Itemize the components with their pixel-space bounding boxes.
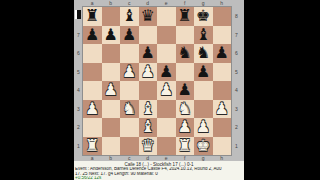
white-pawn: ♟ <box>141 63 155 82</box>
square-c2[interactable] <box>120 118 139 137</box>
file-label-d: d <box>139 0 158 7</box>
square-a3[interactable]: ♟ <box>83 100 102 119</box>
engine-eval: +0.56/22 12s <box>74 176 244 180</box>
rank-labels-right: 87654321 <box>231 7 242 155</box>
black-pawn: ♟ <box>178 81 192 100</box>
black-pawn: ♟ <box>159 63 173 82</box>
square-e5[interactable]: ♟ <box>157 63 176 82</box>
square-h4[interactable] <box>213 81 232 100</box>
square-a5[interactable] <box>83 63 102 82</box>
square-f6[interactable]: ♞ <box>176 44 195 63</box>
black-queen: ♛ <box>141 7 155 26</box>
square-h3[interactable]: ♟ <box>213 100 232 119</box>
square-h8[interactable] <box>213 7 232 26</box>
white-rook: ♜ <box>85 137 99 156</box>
white-knight: ♞ <box>178 100 192 119</box>
square-b8[interactable] <box>102 7 121 26</box>
square-g5[interactable]: ♟ <box>194 63 213 82</box>
file-label-e: e <box>157 0 176 7</box>
square-d2[interactable]: ♝ <box>139 118 158 137</box>
video-frame: abcdefgh 87654321 ♜♝♛♜♚♟♟♟♝♟♞♞♟♟♟♟♟♟♟♟♟♞… <box>0 0 320 180</box>
square-g1[interactable]: ♚ <box>194 137 213 156</box>
square-g7[interactable]: ♝ <box>194 26 213 45</box>
rank-label-6: 6 <box>231 44 242 63</box>
square-d3[interactable]: ♝ <box>139 100 158 119</box>
rank-label-2: 2 <box>231 118 242 137</box>
square-g8[interactable]: ♚ <box>194 7 213 26</box>
rank-label-1: 1 <box>231 137 242 156</box>
square-d6[interactable]: ♟ <box>139 44 158 63</box>
black-king: ♚ <box>196 7 210 26</box>
rank-label-4: 4 <box>74 81 83 100</box>
chess-board: ♜♝♛♜♚♟♟♟♝♟♞♞♟♟♟♟♟♟♟♟♟♞♝♞♟♝♟♟♜♛♜♚ <box>83 7 231 155</box>
square-a8[interactable]: ♜ <box>83 7 102 26</box>
caption-panel: Caile 18 (...) - Stockfish 17 (...) 0-1 … <box>74 161 244 180</box>
white-bishop: ♝ <box>141 118 155 137</box>
black-pawn: ♟ <box>196 63 210 82</box>
black-pawn: ♟ <box>85 26 99 45</box>
square-d1[interactable]: ♛ <box>139 137 158 156</box>
square-h1[interactable] <box>213 137 232 156</box>
square-a6[interactable] <box>83 44 102 63</box>
square-g2[interactable]: ♟ <box>194 118 213 137</box>
white-pawn: ♟ <box>122 63 136 82</box>
black-knight: ♞ <box>178 44 192 63</box>
square-h7[interactable] <box>213 26 232 45</box>
square-a1[interactable]: ♜ <box>83 137 102 156</box>
black-pawn: ♟ <box>141 44 155 63</box>
black-rook: ♜ <box>85 7 99 26</box>
white-knight: ♞ <box>122 100 136 119</box>
file-label-f: f <box>176 0 195 7</box>
square-e3[interactable] <box>157 100 176 119</box>
file-label-a: a <box>83 0 102 7</box>
square-f1[interactable]: ♜ <box>176 137 195 156</box>
square-f3[interactable]: ♞ <box>176 100 195 119</box>
square-f7[interactable] <box>176 26 195 45</box>
black-pawn: ♟ <box>104 26 118 45</box>
square-d5[interactable]: ♟ <box>139 63 158 82</box>
square-b7[interactable]: ♟ <box>102 26 121 45</box>
square-a4[interactable] <box>83 81 102 100</box>
square-f5[interactable] <box>176 63 195 82</box>
white-pawn: ♟ <box>104 81 118 100</box>
square-c6[interactable] <box>120 44 139 63</box>
square-h6[interactable]: ♟ <box>213 44 232 63</box>
white-rook: ♜ <box>178 137 192 156</box>
black-rook: ♜ <box>178 7 192 26</box>
black-bishop: ♝ <box>122 7 136 26</box>
file-label-g: g <box>194 0 213 7</box>
rank-label-4: 4 <box>231 81 242 100</box>
square-f8[interactable]: ♜ <box>176 7 195 26</box>
square-c3[interactable]: ♞ <box>120 100 139 119</box>
square-b3[interactable] <box>102 100 121 119</box>
black-pawn: ♟ <box>215 44 229 63</box>
black-knight: ♞ <box>196 44 210 63</box>
white-pawn: ♟ <box>196 118 210 137</box>
rank-label-2: 2 <box>74 118 83 137</box>
rank-label-7: 7 <box>231 26 242 45</box>
file-labels-top: abcdefgh <box>83 0 231 7</box>
square-b4[interactable]: ♟ <box>102 81 121 100</box>
rank-label-7: 7 <box>74 26 83 45</box>
rank-label-5: 5 <box>74 63 83 82</box>
square-e2[interactable] <box>157 118 176 137</box>
rank-label-3: 3 <box>74 100 83 119</box>
rank-label-5: 5 <box>231 63 242 82</box>
white-queen: ♛ <box>141 137 155 156</box>
rank-label-6: 6 <box>74 44 83 63</box>
square-d8[interactable]: ♛ <box>139 7 158 26</box>
square-c1[interactable] <box>120 137 139 156</box>
square-a7[interactable]: ♟ <box>83 26 102 45</box>
rank-labels-left: 87654321 <box>74 7 83 155</box>
white-pawn: ♟ <box>215 100 229 119</box>
rank-label-1: 1 <box>74 137 83 156</box>
rank-label-8: 8 <box>231 7 242 26</box>
square-b6[interactable] <box>102 44 121 63</box>
square-b1[interactable] <box>102 137 121 156</box>
white-king: ♚ <box>196 137 210 156</box>
square-d7[interactable] <box>139 26 158 45</box>
square-b5[interactable] <box>102 63 121 82</box>
square-e7[interactable] <box>157 26 176 45</box>
black-bishop: ♝ <box>196 26 210 45</box>
chess-gui-stage: abcdefgh 87654321 ♜♝♛♜♚♟♟♟♝♟♞♞♟♟♟♟♟♟♟♟♟♞… <box>74 0 244 180</box>
file-label-c: c <box>120 0 139 7</box>
white-pawn: ♟ <box>178 118 192 137</box>
square-b2[interactable] <box>102 118 121 137</box>
square-f4[interactable]: ♟ <box>176 81 195 100</box>
black-pawn: ♟ <box>122 26 136 45</box>
square-c8[interactable]: ♝ <box>120 7 139 26</box>
square-c5[interactable]: ♟ <box>120 63 139 82</box>
white-pawn: ♟ <box>85 100 99 119</box>
square-h5[interactable] <box>213 63 232 82</box>
square-e4[interactable]: ♟ <box>157 81 176 100</box>
square-c4[interactable] <box>120 81 139 100</box>
square-e6[interactable] <box>157 44 176 63</box>
file-label-b: b <box>102 0 121 7</box>
square-a2[interactable] <box>83 118 102 137</box>
letterbox-right <box>244 0 320 180</box>
side-to-move-indicator <box>75 10 81 19</box>
letterbox-left <box>0 0 74 180</box>
square-e1[interactable] <box>157 137 176 156</box>
square-d4[interactable] <box>139 81 158 100</box>
square-g6[interactable]: ♞ <box>194 44 213 63</box>
square-g3[interactable] <box>194 100 213 119</box>
square-e8[interactable] <box>157 7 176 26</box>
square-h2[interactable] <box>213 118 232 137</box>
square-g4[interactable] <box>194 81 213 100</box>
square-c7[interactable]: ♟ <box>120 26 139 45</box>
file-label-h: h <box>213 0 232 7</box>
rank-label-3: 3 <box>231 100 242 119</box>
square-f2[interactable]: ♟ <box>176 118 195 137</box>
white-pawn: ♟ <box>159 81 173 100</box>
white-bishop: ♝ <box>141 100 155 119</box>
